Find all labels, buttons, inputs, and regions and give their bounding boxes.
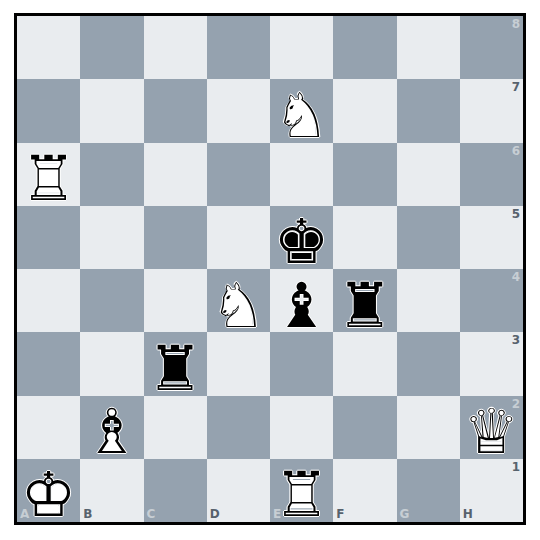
black-rook-piece[interactable]: ♜♜ xyxy=(333,269,396,332)
white-rook-piece[interactable]: ♜♖ xyxy=(17,143,80,206)
bishop-fill-glyph: ♝ xyxy=(80,401,143,464)
queen-fill-glyph: ♛ xyxy=(460,401,523,464)
black-bishop-piece[interactable]: ♝♝ xyxy=(270,269,333,332)
rank-label-8: 8 xyxy=(512,18,520,30)
square-h8[interactable]: 8 xyxy=(460,16,523,79)
file-label-g: G xyxy=(400,508,410,520)
square-h5[interactable]: 5 xyxy=(460,206,523,269)
square-h4[interactable]: 4 xyxy=(460,269,523,332)
square-f6[interactable] xyxy=(333,143,396,206)
square-c5[interactable] xyxy=(144,206,207,269)
rook-glyph: ♜ xyxy=(144,337,207,400)
square-a6[interactable]: ♜♖ xyxy=(17,143,80,206)
knight-fill-glyph: ♞ xyxy=(207,274,270,337)
square-e7[interactable]: ♞♘ xyxy=(270,79,333,142)
king-outline-glyph: ♔ xyxy=(17,464,80,527)
square-d2[interactable] xyxy=(207,396,270,459)
square-b5[interactable] xyxy=(80,206,143,269)
square-d7[interactable] xyxy=(207,79,270,142)
square-c7[interactable] xyxy=(144,79,207,142)
black-king-piece[interactable]: ♚♚ xyxy=(270,206,333,269)
square-e3[interactable] xyxy=(270,332,333,395)
white-queen-piece[interactable]: ♛♕ xyxy=(460,396,523,459)
square-d5[interactable] xyxy=(207,206,270,269)
white-knight-piece[interactable]: ♞♘ xyxy=(207,269,270,332)
king-fill-glyph: ♚ xyxy=(17,464,80,527)
square-f5[interactable] xyxy=(333,206,396,269)
rook-outline-glyph: ♖ xyxy=(270,464,333,527)
square-e4[interactable]: ♝♝ xyxy=(270,269,333,332)
white-bishop-piece[interactable]: ♝♗ xyxy=(80,396,143,459)
square-a3[interactable] xyxy=(17,332,80,395)
square-e5[interactable]: ♚♚ xyxy=(270,206,333,269)
rank-label-7: 7 xyxy=(512,81,520,93)
bishop-glyph: ♝ xyxy=(270,274,333,337)
square-g4[interactable] xyxy=(397,269,460,332)
knight-outline-glyph: ♘ xyxy=(207,274,270,337)
square-h1[interactable]: H1 xyxy=(460,459,523,522)
square-d1[interactable]: D xyxy=(207,459,270,522)
bishop-backing-glyph: ♝ xyxy=(270,274,333,337)
knight-outline-glyph: ♘ xyxy=(270,84,333,147)
file-label-d: D xyxy=(210,508,220,520)
square-h6[interactable]: 6 xyxy=(460,143,523,206)
white-rook-piece[interactable]: ♜♖ xyxy=(270,459,333,522)
file-label-h: H xyxy=(463,508,473,520)
square-h3[interactable]: 3 xyxy=(460,332,523,395)
rook-outline-glyph: ♖ xyxy=(17,148,80,211)
square-b4[interactable] xyxy=(80,269,143,332)
square-e2[interactable] xyxy=(270,396,333,459)
square-b1[interactable]: B xyxy=(80,459,143,522)
square-f1[interactable]: F xyxy=(333,459,396,522)
file-label-c: C xyxy=(147,508,156,520)
queen-outline-glyph: ♕ xyxy=(460,401,523,464)
square-e1[interactable]: E♜♖ xyxy=(270,459,333,522)
file-label-b: B xyxy=(83,508,92,520)
square-b7[interactable] xyxy=(80,79,143,142)
square-f2[interactable] xyxy=(333,396,396,459)
square-b6[interactable] xyxy=(80,143,143,206)
rank-label-6: 6 xyxy=(512,145,520,157)
rook-backing-glyph: ♜ xyxy=(333,274,396,337)
square-f4[interactable]: ♜♜ xyxy=(333,269,396,332)
square-c6[interactable] xyxy=(144,143,207,206)
square-d8[interactable] xyxy=(207,16,270,79)
square-a8[interactable] xyxy=(17,16,80,79)
square-g6[interactable] xyxy=(397,143,460,206)
square-b3[interactable] xyxy=(80,332,143,395)
rank-label-1: 1 xyxy=(512,461,520,473)
rook-glyph: ♜ xyxy=(333,274,396,337)
square-g3[interactable] xyxy=(397,332,460,395)
rook-backing-glyph: ♜ xyxy=(144,337,207,400)
square-d6[interactable] xyxy=(207,143,270,206)
king-glyph: ♚ xyxy=(270,211,333,274)
square-g1[interactable]: G xyxy=(397,459,460,522)
rank-label-5: 5 xyxy=(512,208,520,220)
white-king-piece[interactable]: ♚♔ xyxy=(17,459,80,522)
rank-label-3: 3 xyxy=(512,334,520,346)
white-knight-piece[interactable]: ♞♘ xyxy=(270,79,333,142)
square-f3[interactable] xyxy=(333,332,396,395)
square-b2[interactable]: ♝♗ xyxy=(80,396,143,459)
square-g7[interactable] xyxy=(397,79,460,142)
square-c8[interactable] xyxy=(144,16,207,79)
knight-fill-glyph: ♞ xyxy=(270,84,333,147)
square-a4[interactable] xyxy=(17,269,80,332)
square-a5[interactable] xyxy=(17,206,80,269)
square-g2[interactable] xyxy=(397,396,460,459)
square-c3[interactable]: ♜♜ xyxy=(144,332,207,395)
bishop-outline-glyph: ♗ xyxy=(80,401,143,464)
square-c4[interactable] xyxy=(144,269,207,332)
rook-fill-glyph: ♜ xyxy=(270,464,333,527)
file-label-f: F xyxy=(336,508,344,520)
board-frame: 8♞♘7♜♖6♚♚5♞♘♝♝♜♜4♜♜3♝♗2♛♕A♚♔BCDE♜♖FGH1 xyxy=(14,13,526,525)
square-h7[interactable]: 7 xyxy=(460,79,523,142)
square-a1[interactable]: A♚♔ xyxy=(17,459,80,522)
square-g8[interactable] xyxy=(397,16,460,79)
square-b8[interactable] xyxy=(80,16,143,79)
square-f8[interactable] xyxy=(333,16,396,79)
square-c1[interactable]: C xyxy=(144,459,207,522)
square-g5[interactable] xyxy=(397,206,460,269)
square-h2[interactable]: 2♛♕ xyxy=(460,396,523,459)
square-c2[interactable] xyxy=(144,396,207,459)
king-backing-glyph: ♚ xyxy=(270,211,333,274)
square-a2[interactable] xyxy=(17,396,80,459)
rank-label-4: 4 xyxy=(512,271,520,283)
square-f7[interactable] xyxy=(333,79,396,142)
square-e8[interactable] xyxy=(270,16,333,79)
square-e6[interactable] xyxy=(270,143,333,206)
square-d3[interactable] xyxy=(207,332,270,395)
rook-fill-glyph: ♜ xyxy=(17,148,80,211)
chess-board: 8♞♘7♜♖6♚♚5♞♘♝♝♜♜4♜♜3♝♗2♛♕A♚♔BCDE♜♖FGH1 xyxy=(17,16,523,522)
black-rook-piece[interactable]: ♜♜ xyxy=(144,332,207,395)
square-a7[interactable] xyxy=(17,79,80,142)
square-d4[interactable]: ♞♘ xyxy=(207,269,270,332)
